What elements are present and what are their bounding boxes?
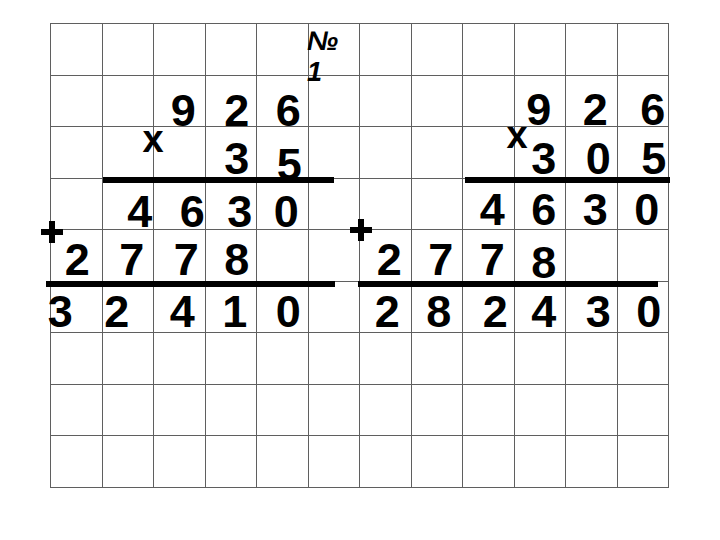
grid-cell xyxy=(412,24,464,76)
grid-cell: 7 xyxy=(154,230,206,282)
digit: 1 xyxy=(222,289,247,334)
grid-cell: 7 xyxy=(103,230,155,282)
digit: 3 xyxy=(586,289,611,334)
grid-cell xyxy=(206,333,258,385)
grid-cell xyxy=(257,385,309,437)
grid-cell: 2 xyxy=(360,282,412,334)
grid-cell xyxy=(566,333,618,385)
grid-cell: 0 xyxy=(618,179,670,231)
grid-cell xyxy=(309,436,361,488)
grid-cell xyxy=(618,385,670,437)
grid-cell: 2 xyxy=(463,282,515,334)
grid-cell xyxy=(51,127,103,179)
digit: 2 xyxy=(104,289,129,334)
grid-cell xyxy=(618,230,670,282)
grid-cell xyxy=(412,127,464,179)
grid-cell xyxy=(360,127,412,179)
grid-cell xyxy=(257,230,309,282)
grid-cell: 4 xyxy=(154,282,206,334)
grid-cell xyxy=(103,24,155,76)
grid-cell xyxy=(257,436,309,488)
digit: 5 xyxy=(641,136,666,181)
grid-cell: 6 xyxy=(257,76,309,128)
grid-cell xyxy=(154,333,206,385)
digit: 0 xyxy=(274,189,299,234)
grid-cell xyxy=(412,333,464,385)
digit: 3 xyxy=(531,136,556,181)
grid-cell xyxy=(360,333,412,385)
squared-grid: 92692635305463046302778277832410282430 xyxy=(50,23,669,488)
digit: 2 xyxy=(375,289,400,334)
digit: 2 xyxy=(224,88,249,133)
grid-cell: 0 xyxy=(257,282,309,334)
problem-number-label: № 1 xyxy=(307,26,338,88)
grid-cell xyxy=(412,179,464,231)
grid-cell: 0 xyxy=(618,282,670,334)
grid-cell xyxy=(566,385,618,437)
grid-cell xyxy=(257,24,309,76)
grid-cell xyxy=(206,385,258,437)
grid-cell xyxy=(51,24,103,76)
grid-cell xyxy=(412,76,464,128)
digit: 3 xyxy=(48,289,73,334)
grid-cell xyxy=(566,24,618,76)
grid-cell xyxy=(360,436,412,488)
grid-cell: 5 xyxy=(618,127,670,179)
digit: 8 xyxy=(224,237,249,282)
grid-cell: 3 xyxy=(206,127,258,179)
grid-cell xyxy=(51,76,103,128)
grid-cell xyxy=(463,385,515,437)
digit: 7 xyxy=(174,237,199,282)
grid-cell xyxy=(412,436,464,488)
grid-cell xyxy=(206,24,258,76)
digit: 0 xyxy=(276,289,301,334)
plus-sign-left xyxy=(41,221,63,243)
digit: 6 xyxy=(180,189,205,234)
grid-cell: 8 xyxy=(206,230,258,282)
grid-cell: 6 xyxy=(154,179,206,231)
grid-cell: 3 xyxy=(566,282,618,334)
grid-cell xyxy=(154,385,206,437)
grid-cell xyxy=(360,76,412,128)
digit: 7 xyxy=(480,237,505,282)
grid-cell xyxy=(103,436,155,488)
digit: 4 xyxy=(127,189,152,234)
grid-cell xyxy=(257,333,309,385)
grid-cell: 0 xyxy=(566,127,618,179)
grid-cell xyxy=(206,436,258,488)
grid-cell: 6 xyxy=(515,179,567,231)
grid-cell xyxy=(515,333,567,385)
grid-cell xyxy=(360,385,412,437)
grid-cell xyxy=(154,436,206,488)
multiplier-line-right xyxy=(465,177,670,183)
worksheet-page: { "game": "long multiplication worksheet… xyxy=(0,0,720,540)
grid-cell xyxy=(618,333,670,385)
grid-cell: 4 xyxy=(515,282,567,334)
grid-cell xyxy=(618,24,670,76)
grid-cell xyxy=(463,24,515,76)
grid-cell xyxy=(154,24,206,76)
multiply-sign-left: x xyxy=(142,120,163,158)
grid-cell: 7 xyxy=(463,230,515,282)
grid-cell xyxy=(309,282,361,334)
digit: 2 xyxy=(483,289,508,334)
grid-cell xyxy=(309,333,361,385)
digit: 9 xyxy=(171,88,196,133)
grid-cell xyxy=(51,436,103,488)
grid-cell xyxy=(412,385,464,437)
grid-cell xyxy=(309,385,361,437)
digit: 3 xyxy=(583,187,608,232)
digit: 4 xyxy=(531,289,556,334)
digit: 6 xyxy=(531,187,556,232)
grid-cell xyxy=(51,385,103,437)
digit: 0 xyxy=(586,136,611,181)
grid-cell: 2 xyxy=(206,76,258,128)
digit: 2 xyxy=(583,87,608,132)
digit: 0 xyxy=(634,187,659,232)
grid-cell: 2 xyxy=(103,282,155,334)
grid-cell: 6 xyxy=(618,76,670,128)
digit: 4 xyxy=(170,289,195,334)
grid-cell: 4 xyxy=(103,179,155,231)
plus-sign-right xyxy=(350,219,372,241)
digit: 6 xyxy=(276,88,301,133)
digit: 2 xyxy=(65,237,90,282)
grid-cell xyxy=(463,436,515,488)
grid-cell xyxy=(566,436,618,488)
grid-cell: 2 xyxy=(566,76,618,128)
grid-cell: 4 xyxy=(463,179,515,231)
grid-cell: 8 xyxy=(412,282,464,334)
grid-cell xyxy=(309,127,361,179)
grid-cell: 7 xyxy=(412,230,464,282)
sum-line-left xyxy=(46,281,335,287)
digit: 9 xyxy=(526,87,551,132)
grid-cell xyxy=(515,385,567,437)
grid-cell: 1 xyxy=(206,282,258,334)
digit: 0 xyxy=(636,289,661,334)
digit: 2 xyxy=(377,237,402,282)
grid-cell xyxy=(463,333,515,385)
grid-cell: 3 xyxy=(206,179,258,231)
grid-cell xyxy=(515,24,567,76)
grid-cell xyxy=(360,24,412,76)
grid-cell: 3 xyxy=(566,179,618,231)
multiplier-line-left xyxy=(103,177,334,183)
grid-cell xyxy=(618,436,670,488)
digit: 3 xyxy=(224,136,249,181)
grid-cell: 3 xyxy=(51,282,103,334)
grid-cell xyxy=(103,385,155,437)
digit: 8 xyxy=(426,289,451,334)
grid-cell xyxy=(515,436,567,488)
digit: 4 xyxy=(480,187,505,232)
sum-line-right xyxy=(358,281,658,287)
grid-cell xyxy=(566,230,618,282)
digit: 7 xyxy=(428,237,453,282)
digit: 8 xyxy=(531,240,556,285)
digit: 7 xyxy=(119,237,144,282)
multiply-sign-right: x xyxy=(506,116,527,154)
grid-cell: 8 xyxy=(515,230,567,282)
digit: 6 xyxy=(640,87,665,132)
grid-cell xyxy=(51,333,103,385)
grid-cell xyxy=(103,333,155,385)
digit: 3 xyxy=(227,189,252,234)
